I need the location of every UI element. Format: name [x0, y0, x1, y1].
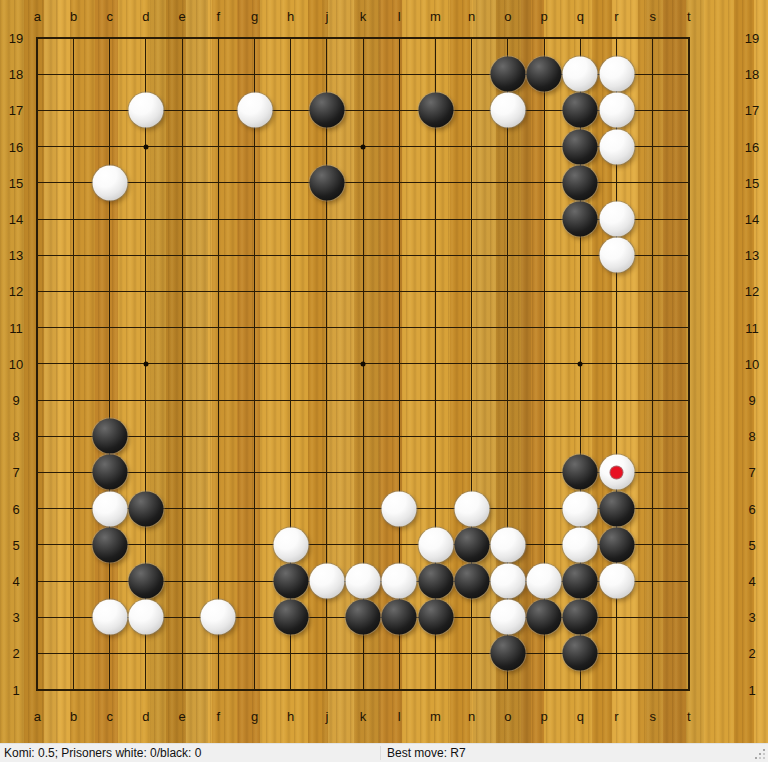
coord-row-right: 19: [745, 32, 759, 45]
stone-black-m17: [418, 93, 453, 128]
star-point: [361, 361, 366, 366]
stone-white-r16: [599, 129, 634, 164]
coord-row-right: 8: [748, 430, 755, 443]
stone-white-c6: [92, 491, 127, 526]
coord-row-left: 6: [12, 502, 19, 515]
coord-column-top: j: [325, 10, 328, 23]
coord-column-bottom: p: [540, 710, 547, 723]
coord-column-top: k: [360, 10, 367, 23]
coord-row-left: 17: [9, 104, 23, 117]
stone-black-l3: [382, 600, 417, 635]
coord-column-bottom: r: [614, 710, 618, 723]
stone-black-c5: [92, 527, 127, 562]
coord-column-top: p: [540, 10, 547, 23]
coord-row-left: 7: [12, 466, 19, 479]
coord-row-right: 1: [748, 683, 755, 696]
stone-white-h5: [273, 527, 308, 562]
coord-column-bottom: t: [687, 710, 691, 723]
star-point: [361, 144, 366, 149]
status-komi-prisoners: Komi: 0.5; Prisoners white: 0/black: 0: [4, 746, 201, 760]
resize-grip-icon[interactable]: [755, 749, 765, 759]
coord-row-right: 6: [748, 502, 755, 515]
grid-line-vertical: [652, 37, 653, 691]
coord-column-bottom: e: [178, 710, 185, 723]
stone-black-p18: [527, 57, 562, 92]
stone-white-o5: [490, 527, 525, 562]
coord-column-bottom: f: [216, 710, 220, 723]
stone-white-o3: [490, 600, 525, 635]
coord-column-bottom: s: [649, 710, 656, 723]
star-point: [578, 361, 583, 366]
coord-row-left: 14: [9, 213, 23, 226]
stone-white-q6: [563, 491, 598, 526]
coord-column-bottom: n: [468, 710, 475, 723]
stone-white-c3: [92, 600, 127, 635]
grid-line-horizontal: [36, 400, 690, 401]
stone-black-h3: [273, 600, 308, 635]
coord-column-bottom: o: [504, 710, 511, 723]
coord-column-top: r: [614, 10, 618, 23]
star-point: [143, 144, 148, 149]
coord-column-bottom: j: [325, 710, 328, 723]
grid-line-horizontal: [36, 689, 690, 691]
coord-row-left: 11: [9, 321, 23, 334]
coord-column-top: c: [106, 10, 113, 23]
stone-white-l4: [382, 564, 417, 599]
go-board[interactable]: aabbccddeeffgghhjjkkllmmnnooppqqrrsstt19…: [0, 0, 768, 743]
stone-white-l6: [382, 491, 417, 526]
coord-row-right: 3: [748, 611, 755, 624]
stone-black-c7: [92, 455, 127, 490]
coord-row-right: 17: [745, 104, 759, 117]
coord-column-top: e: [178, 10, 185, 23]
stone-black-o2: [490, 636, 525, 671]
stone-white-r14: [599, 202, 634, 237]
stone-black-q3: [563, 600, 598, 635]
coord-row-left: 2: [12, 647, 19, 660]
coord-column-top: m: [430, 10, 441, 23]
stone-white-o4: [490, 564, 525, 599]
coord-row-left: 18: [9, 68, 23, 81]
coord-column-bottom: a: [34, 710, 41, 723]
stone-white-r13: [599, 238, 634, 273]
stone-white-q18: [563, 57, 598, 92]
stone-black-j17: [309, 93, 344, 128]
stone-black-r5: [599, 527, 634, 562]
coord-column-bottom: d: [142, 710, 149, 723]
star-point: [143, 361, 148, 366]
stone-white-d17: [128, 93, 163, 128]
coord-row-right: 11: [745, 321, 759, 334]
stone-black-m4: [418, 564, 453, 599]
coord-row-right: 15: [745, 176, 759, 189]
stone-black-m3: [418, 600, 453, 635]
stone-black-j15: [309, 165, 344, 200]
coord-column-top: l: [398, 10, 401, 23]
stone-black-q17: [563, 93, 598, 128]
coord-column-top: a: [34, 10, 41, 23]
go-application-window: aabbccddeeffgghhjjkkllmmnnooppqqrrsstt19…: [0, 0, 768, 762]
status-bar: Komi: 0.5; Prisoners white: 0/black: 0 B…: [0, 743, 768, 762]
coord-column-bottom: q: [577, 710, 584, 723]
coord-column-bottom: b: [70, 710, 77, 723]
coord-row-left: 19: [9, 32, 23, 45]
stone-black-c8: [92, 419, 127, 454]
stone-white-j4: [309, 564, 344, 599]
stone-black-q16: [563, 129, 598, 164]
stone-black-r6: [599, 491, 634, 526]
grid-line-horizontal: [36, 436, 690, 437]
stone-black-d4: [128, 564, 163, 599]
stone-white-m5: [418, 527, 453, 562]
stone-black-p3: [527, 600, 562, 635]
stone-white-n6: [454, 491, 489, 526]
stone-black-n4: [454, 564, 489, 599]
coord-column-bottom: g: [251, 710, 258, 723]
coord-row-right: 14: [745, 213, 759, 226]
coord-row-left: 10: [9, 357, 23, 370]
coord-row-left: 12: [9, 285, 23, 298]
coord-row-right: 7: [748, 466, 755, 479]
stone-white-c15: [92, 165, 127, 200]
coord-row-right: 4: [748, 575, 755, 588]
stone-black-o18: [490, 57, 525, 92]
coord-row-left: 4: [12, 575, 19, 588]
stone-black-q4: [563, 564, 598, 599]
coord-column-top: b: [70, 10, 77, 23]
coord-row-right: 12: [745, 285, 759, 298]
coord-row-right: 2: [748, 647, 755, 660]
stone-white-g17: [237, 93, 272, 128]
coord-column-top: q: [577, 10, 584, 23]
coord-row-right: 5: [748, 538, 755, 551]
coord-row-left: 13: [9, 249, 23, 262]
last-move-red-dot-marker: [611, 466, 623, 478]
grid-line-vertical: [688, 37, 690, 691]
coord-column-top: h: [287, 10, 294, 23]
coord-column-bottom: m: [430, 710, 441, 723]
coord-row-right: 13: [745, 249, 759, 262]
stone-black-q7: [563, 455, 598, 490]
stone-black-h4: [273, 564, 308, 599]
coord-column-bottom: k: [360, 710, 367, 723]
coord-row-right: 18: [745, 68, 759, 81]
stone-black-q14: [563, 202, 598, 237]
stone-white-r4: [599, 564, 634, 599]
stone-white-r7: [599, 455, 634, 490]
coord-column-top: g: [251, 10, 258, 23]
coord-row-left: 8: [12, 430, 19, 443]
coord-column-top: t: [687, 10, 691, 23]
coord-row-left: 3: [12, 611, 19, 624]
coord-column-top: o: [504, 10, 511, 23]
stone-white-k4: [346, 564, 381, 599]
stone-white-o17: [490, 93, 525, 128]
stone-black-q15: [563, 165, 598, 200]
stone-white-r17: [599, 93, 634, 128]
coord-column-bottom: h: [287, 710, 294, 723]
coord-row-left: 9: [12, 394, 19, 407]
coord-row-left: 15: [9, 176, 23, 189]
coord-row-right: 16: [745, 140, 759, 153]
stone-white-r18: [599, 57, 634, 92]
stone-black-k3: [346, 600, 381, 635]
stone-white-d3: [128, 600, 163, 635]
stone-white-p4: [527, 564, 562, 599]
coord-column-top: n: [468, 10, 475, 23]
stone-black-q2: [563, 636, 598, 671]
coord-column-top: d: [142, 10, 149, 23]
coord-row-right: 10: [745, 357, 759, 370]
coord-column-top: f: [216, 10, 220, 23]
coord-row-left: 5: [12, 538, 19, 551]
stone-black-n5: [454, 527, 489, 562]
stone-white-f3: [201, 600, 236, 635]
stone-white-q5: [563, 527, 598, 562]
coord-row-left: 1: [12, 683, 19, 696]
coord-row-right: 9: [748, 394, 755, 407]
status-best-move: Best move: R7: [380, 746, 466, 760]
stone-black-d6: [128, 491, 163, 526]
coord-row-left: 16: [9, 140, 23, 153]
coord-column-top: s: [649, 10, 656, 23]
coord-column-bottom: c: [106, 710, 113, 723]
coord-column-bottom: l: [398, 710, 401, 723]
